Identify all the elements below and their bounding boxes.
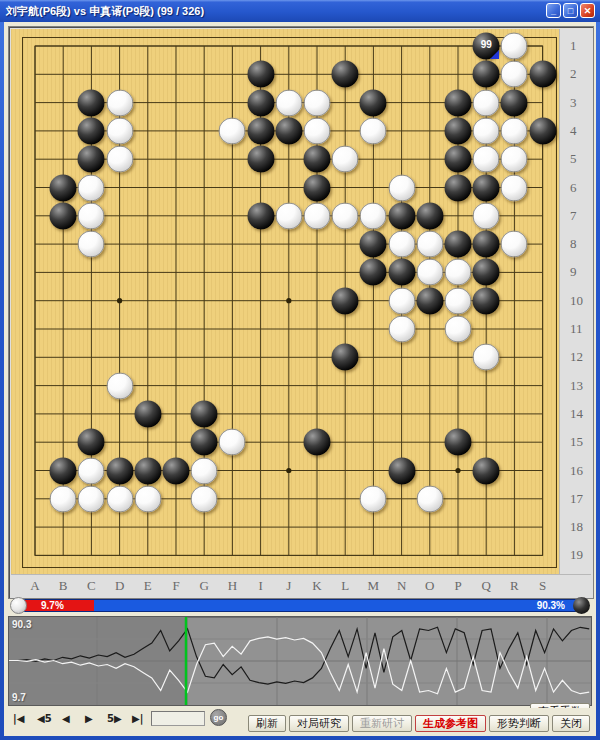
stone-Q2 <box>473 61 500 88</box>
row-label-9: 9 <box>570 264 577 280</box>
stone-I3 <box>247 89 274 116</box>
stone-P4 <box>445 117 472 144</box>
row-labels: 12345678910111213141516171819 <box>559 29 592 574</box>
row-label-3: 3 <box>570 95 577 111</box>
winrate-graph[interactable]: 90.3 9.7 <box>8 616 592 706</box>
stone-B7 <box>50 202 77 229</box>
stone-H15 <box>219 429 246 456</box>
stones-layer: 99 <box>35 46 543 556</box>
stone-N10 <box>388 287 415 314</box>
winrate-bar: 9.7% 90.3% <box>8 598 592 614</box>
stone-I7 <box>247 202 274 229</box>
black-stone-icon <box>573 597 590 614</box>
col-label-A: A <box>30 578 39 594</box>
stone-M4 <box>360 117 387 144</box>
stone-R3 <box>501 89 528 116</box>
forward-button[interactable]: ▶ <box>85 711 93 725</box>
re-research-button[interactable]: 重新研讨 <box>352 715 412 732</box>
stone-R4 <box>501 117 528 144</box>
stone-E16 <box>134 457 161 484</box>
stone-R2 <box>501 61 528 88</box>
black-winrate-label: 90.3% <box>537 600 565 612</box>
stone-P3 <box>445 89 472 116</box>
stone-D3 <box>106 89 133 116</box>
stone-E14 <box>134 400 161 427</box>
stone-K7 <box>304 202 331 229</box>
stone-P15 <box>445 429 472 456</box>
graph-top-label: 90.3 <box>12 619 31 630</box>
col-label-E: E <box>144 578 152 594</box>
row-label-13: 13 <box>570 378 583 394</box>
stone-R5 <box>501 146 528 173</box>
stone-Q8 <box>473 231 500 258</box>
stone-G16 <box>191 457 218 484</box>
col-label-D: D <box>115 578 124 594</box>
stone-N6 <box>388 174 415 201</box>
stone-M3 <box>360 89 387 116</box>
col-label-G: G <box>199 578 208 594</box>
row-label-10: 10 <box>570 293 583 309</box>
window-content: 99 12345678910111213141516171819 ABCDEFG… <box>4 22 596 736</box>
col-label-R: R <box>510 578 519 594</box>
stone-K5 <box>304 146 331 173</box>
stone-Q9 <box>473 259 500 286</box>
col-label-O: O <box>425 578 434 594</box>
row-label-12: 12 <box>570 349 583 365</box>
stone-D4 <box>106 117 133 144</box>
stone-C16 <box>78 457 105 484</box>
stone-K15 <box>304 429 331 456</box>
stone-D5 <box>106 146 133 173</box>
refresh-button[interactable]: 刷新 <box>248 715 286 732</box>
stone-D13 <box>106 372 133 399</box>
stone-I5 <box>247 146 274 173</box>
stone-C4 <box>78 117 105 144</box>
forward-5-button[interactable]: 5▶ <box>107 711 122 725</box>
stone-P5 <box>445 146 472 173</box>
stone-P9 <box>445 259 472 286</box>
row-label-6: 6 <box>570 180 577 196</box>
stone-J7 <box>275 202 302 229</box>
first-move-button[interactable]: |◀ <box>13 711 24 725</box>
col-label-L: L <box>341 578 349 594</box>
stone-L2 <box>332 61 359 88</box>
stone-Q4 <box>473 117 500 144</box>
stone-S4 <box>529 117 556 144</box>
stone-L7 <box>332 202 359 229</box>
col-label-H: H <box>228 578 237 594</box>
stone-Q7 <box>473 202 500 229</box>
col-label-N: N <box>397 578 406 594</box>
white-winrate-label: 9.7% <box>41 600 64 612</box>
board-panel: 99 12345678910111213141516171819 ABCDEFG… <box>8 26 594 599</box>
stone-F16 <box>163 457 190 484</box>
stone-N9 <box>388 259 415 286</box>
stone-Q6 <box>473 174 500 201</box>
generate-reference-button[interactable]: 生成参考图 <box>415 715 486 732</box>
row-label-18: 18 <box>570 519 583 535</box>
row-label-15: 15 <box>570 434 583 450</box>
row-label-17: 17 <box>570 491 583 507</box>
stone-K3 <box>304 89 331 116</box>
stone-C15 <box>78 429 105 456</box>
stone-G17 <box>191 485 218 512</box>
last-move-number: 99 <box>481 39 492 50</box>
stone-O10 <box>416 287 443 314</box>
back-button[interactable]: ◀ <box>62 711 70 725</box>
stone-B17 <box>50 485 77 512</box>
stone-D16 <box>106 457 133 484</box>
stone-L12 <box>332 344 359 371</box>
white-stone-icon <box>10 597 27 614</box>
stone-O9 <box>416 259 443 286</box>
stone-R8 <box>501 231 528 258</box>
stone-B16 <box>50 457 77 484</box>
last-move-button[interactable]: ▶| <box>132 711 143 725</box>
stone-N11 <box>388 316 415 343</box>
game-research-button[interactable]: 对局研究 <box>289 715 349 732</box>
col-label-I: I <box>258 578 262 594</box>
winrate-track: 9.7% 90.3% <box>18 599 582 612</box>
stone-Q12 <box>473 344 500 371</box>
stone-I2 <box>247 61 274 88</box>
col-label-P: P <box>454 578 461 594</box>
stone-M17 <box>360 485 387 512</box>
close-button[interactable]: ✕ <box>580 3 595 18</box>
row-label-16: 16 <box>570 463 583 479</box>
stone-B6 <box>50 174 77 201</box>
row-label-2: 2 <box>570 66 577 82</box>
stone-C8 <box>78 231 105 258</box>
stone-L10 <box>332 287 359 314</box>
stone-C17 <box>78 485 105 512</box>
go-button[interactable]: go <box>210 709 227 726</box>
stone-I4 <box>247 117 274 144</box>
column-labels: ABCDEFGHIJKLMNOPQRS <box>11 574 591 597</box>
stone-Q3 <box>473 89 500 116</box>
stone-C7 <box>78 202 105 229</box>
row-label-4: 4 <box>570 123 577 139</box>
col-label-Q: Q <box>481 578 490 594</box>
winrate-curves <box>9 617 591 705</box>
stone-O8 <box>416 231 443 258</box>
stone-J3 <box>275 89 302 116</box>
stone-M7 <box>360 202 387 229</box>
stone-M8 <box>360 231 387 258</box>
stone-J4 <box>275 117 302 144</box>
stone-M9 <box>360 259 387 286</box>
row-label-14: 14 <box>570 406 583 422</box>
stone-N16 <box>388 457 415 484</box>
stone-N8 <box>388 231 415 258</box>
row-label-19: 19 <box>570 547 583 563</box>
stone-K6 <box>304 174 331 201</box>
stone-S2 <box>529 61 556 88</box>
row-label-8: 8 <box>570 236 577 252</box>
stone-O7 <box>416 202 443 229</box>
title-bar: 刘宇航(P6段) vs 申真谞(P9段) (99 / 326) _ □ ✕ <box>0 0 600 22</box>
stone-P6 <box>445 174 472 201</box>
stone-G14 <box>191 400 218 427</box>
stone-P11 <box>445 316 472 343</box>
stone-R1 <box>501 33 528 60</box>
toolbar: |◀ ◀5 ◀ ▶ 5▶ ▶| go 刷新 对局研究 重新研讨 生成参考图 形势… <box>8 708 592 734</box>
stone-Q5 <box>473 146 500 173</box>
close-game-button[interactable]: 关闭 <box>552 715 590 732</box>
stone-N7 <box>388 202 415 229</box>
row-label-7: 7 <box>570 208 577 224</box>
back-5-button[interactable]: ◀5 <box>37 711 52 725</box>
stone-Q16 <box>473 457 500 484</box>
stone-C6 <box>78 174 105 201</box>
col-label-C: C <box>87 578 96 594</box>
stone-Q10 <box>473 287 500 314</box>
col-label-F: F <box>172 578 179 594</box>
stone-C3 <box>78 89 105 116</box>
stone-K4 <box>304 117 331 144</box>
stone-G15 <box>191 429 218 456</box>
stone-H4 <box>219 117 246 144</box>
stone-D17 <box>106 485 133 512</box>
stone-C5 <box>78 146 105 173</box>
stone-E17 <box>134 485 161 512</box>
last-move-marker-icon <box>490 50 499 59</box>
stone-O17 <box>416 485 443 512</box>
graph-bottom-label: 9.7 <box>12 692 26 703</box>
col-label-J: J <box>286 578 291 594</box>
app-window: 刘宇航(P6段) vs 申真谞(P9段) (99 / 326) _ □ ✕ 99… <box>0 0 600 740</box>
minimize-button[interactable]: _ <box>546 3 561 18</box>
col-label-K: K <box>312 578 321 594</box>
go-board[interactable]: 99 <box>11 29 559 574</box>
row-label-5: 5 <box>570 151 577 167</box>
stone-R6 <box>501 174 528 201</box>
row-label-1: 1 <box>570 38 577 54</box>
stone-P8 <box>445 231 472 258</box>
stone-L5 <box>332 146 359 173</box>
col-label-S: S <box>539 578 546 594</box>
stone-P10 <box>445 287 472 314</box>
row-label-11: 11 <box>570 321 583 337</box>
maximize-button[interactable]: □ <box>563 3 578 18</box>
col-label-M: M <box>368 578 380 594</box>
col-label-B: B <box>59 578 68 594</box>
window-title: 刘宇航(P6段) vs 申真谞(P9段) (99 / 326) <box>0 4 204 19</box>
move-number-input[interactable] <box>151 711 205 726</box>
position-judge-button[interactable]: 形势判断 <box>489 715 549 732</box>
